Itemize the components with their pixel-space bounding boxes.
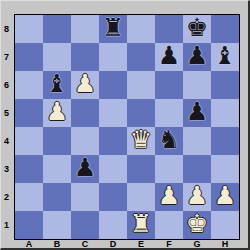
piece-black-pawn-c3: ♟ [74,155,96,182]
piece-white-pawn-c6: ♟ [74,71,96,98]
file-label-c: C [71,237,99,250]
rank-label-6: 6 [1,71,14,99]
chess-board: ♜♚♟♟♝♝♟♟♟♛♞♟♟♟♟♜♚ [14,14,240,240]
square-c1[interactable] [71,211,99,239]
square-g5[interactable]: ♟ [183,99,211,127]
square-b5[interactable]: ♟ [43,99,71,127]
square-f8[interactable] [155,15,183,43]
square-g4[interactable] [183,127,211,155]
square-b2[interactable] [43,183,71,211]
square-d7[interactable] [99,43,127,71]
square-f4[interactable]: ♞ [155,127,183,155]
file-label-f: F [155,237,183,250]
piece-black-bishop-h7: ♝ [214,43,236,70]
square-c8[interactable] [71,15,99,43]
square-c2[interactable] [71,183,99,211]
square-h4[interactable] [211,127,239,155]
piece-white-pawn-f2: ♟ [158,183,180,210]
square-f6[interactable] [155,71,183,99]
square-b1[interactable] [43,211,71,239]
square-a7[interactable] [15,43,43,71]
square-c7[interactable] [71,43,99,71]
piece-white-king-g1: ♚ [186,211,208,238]
square-c4[interactable] [71,127,99,155]
square-a8[interactable] [15,15,43,43]
file-label-b: B [43,237,71,250]
rank-label-1: 1 [1,211,14,239]
square-e8[interactable] [127,15,155,43]
square-e7[interactable] [127,43,155,71]
square-g7[interactable]: ♟ [183,43,211,71]
rank-label-4: 4 [1,127,14,155]
square-h3[interactable] [211,155,239,183]
square-b7[interactable] [43,43,71,71]
file-labels: ABCDEFGH [15,237,239,250]
piece-white-pawn-g2: ♟ [186,183,208,210]
square-d1[interactable] [99,211,127,239]
square-d2[interactable] [99,183,127,211]
square-f5[interactable] [155,99,183,127]
piece-white-queen-e4: ♛ [130,127,152,154]
piece-white-pawn-b5: ♟ [46,99,68,126]
piece-black-pawn-f7: ♟ [158,43,180,70]
file-label-h: H [211,237,239,250]
square-b8[interactable] [43,15,71,43]
square-h5[interactable] [211,99,239,127]
square-f7[interactable]: ♟ [155,43,183,71]
square-a1[interactable] [15,211,43,239]
piece-black-rook-d8: ♜ [102,15,124,42]
square-d4[interactable] [99,127,127,155]
rank-label-5: 5 [1,99,14,127]
piece-black-pawn-g5: ♟ [186,99,208,126]
square-g2[interactable]: ♟ [183,183,211,211]
square-a4[interactable] [15,127,43,155]
square-e1[interactable]: ♜ [127,211,155,239]
rank-label-3: 3 [1,155,14,183]
square-a5[interactable] [15,99,43,127]
square-c5[interactable] [71,99,99,127]
square-f1[interactable] [155,211,183,239]
square-e3[interactable] [127,155,155,183]
square-g1[interactable]: ♚ [183,211,211,239]
file-label-g: G [183,237,211,250]
piece-black-pawn-g7: ♟ [186,43,208,70]
piece-black-bishop-b6: ♝ [46,71,68,98]
square-d5[interactable] [99,99,127,127]
square-f2[interactable]: ♟ [155,183,183,211]
rank-label-8: 8 [1,15,14,43]
square-b6[interactable]: ♝ [43,71,71,99]
square-g3[interactable] [183,155,211,183]
square-a3[interactable] [15,155,43,183]
file-label-a: A [15,237,43,250]
square-e4[interactable]: ♛ [127,127,155,155]
square-a6[interactable] [15,71,43,99]
file-label-e: E [127,237,155,250]
piece-black-king-g8: ♚ [186,15,208,42]
square-e6[interactable] [127,71,155,99]
chess-diagram-widget: 87654321 ♜♚♟♟♝♝♟♟♟♛♞♟♟♟♟♜♚ ABCDEFGH [0,0,250,250]
square-f3[interactable] [155,155,183,183]
rank-label-2: 2 [1,183,14,211]
square-d6[interactable] [99,71,127,99]
square-h2[interactable]: ♟ [211,183,239,211]
square-c6[interactable]: ♟ [71,71,99,99]
rank-labels: 87654321 [1,15,14,239]
piece-white-rook-e1: ♜ [130,211,152,238]
square-b3[interactable] [43,155,71,183]
square-a2[interactable] [15,183,43,211]
square-b4[interactable] [43,127,71,155]
piece-white-pawn-h2: ♟ [214,183,236,210]
square-h8[interactable] [211,15,239,43]
square-g6[interactable] [183,71,211,99]
square-h1[interactable] [211,211,239,239]
piece-black-knight-f4: ♞ [158,127,180,154]
square-h7[interactable]: ♝ [211,43,239,71]
square-d8[interactable]: ♜ [99,15,127,43]
square-d3[interactable] [99,155,127,183]
square-e5[interactable] [127,99,155,127]
file-label-d: D [99,237,127,250]
square-h6[interactable] [211,71,239,99]
square-e2[interactable] [127,183,155,211]
square-g8[interactable]: ♚ [183,15,211,43]
square-c3[interactable]: ♟ [71,155,99,183]
rank-label-7: 7 [1,43,14,71]
